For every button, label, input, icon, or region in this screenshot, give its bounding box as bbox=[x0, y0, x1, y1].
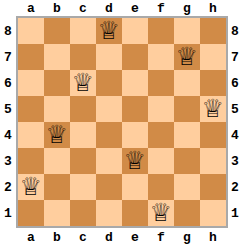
rank-label-5: 5 bbox=[228, 96, 242, 122]
file-label-f: f bbox=[148, 0, 174, 16]
file-label-e: e bbox=[122, 228, 148, 246]
square-d7[interactable] bbox=[96, 44, 122, 70]
square-g6[interactable] bbox=[174, 70, 200, 96]
square-c6[interactable]: ♕ bbox=[70, 70, 96, 96]
file-label-e: e bbox=[122, 0, 148, 16]
square-b4[interactable]: ♕ bbox=[44, 122, 70, 148]
white-queen: ♕ bbox=[72, 70, 94, 96]
square-e2[interactable] bbox=[122, 174, 148, 200]
square-g2[interactable] bbox=[174, 174, 200, 200]
square-a7[interactable] bbox=[18, 44, 44, 70]
square-e1[interactable] bbox=[122, 200, 148, 226]
file-label-g: g bbox=[174, 228, 200, 246]
square-f7[interactable] bbox=[148, 44, 174, 70]
rank-label-4: 4 bbox=[228, 122, 242, 148]
square-c8[interactable] bbox=[70, 18, 96, 44]
file-label-h: h bbox=[200, 228, 226, 246]
square-a6[interactable] bbox=[18, 70, 44, 96]
white-queen: ♕ bbox=[124, 148, 146, 174]
rank-label-7: 7 bbox=[228, 44, 242, 70]
file-label-a: a bbox=[18, 0, 44, 16]
square-b1[interactable] bbox=[44, 200, 70, 226]
square-g3[interactable] bbox=[174, 148, 200, 174]
white-queen: ♕ bbox=[176, 44, 198, 70]
rank-label-1: 1 bbox=[228, 200, 242, 226]
rank-label-3: 3 bbox=[0, 148, 16, 174]
square-b2[interactable] bbox=[44, 174, 70, 200]
square-h8[interactable] bbox=[200, 18, 226, 44]
rank-label-5: 5 bbox=[0, 96, 16, 122]
file-labels-top: abcdefgh bbox=[18, 0, 226, 16]
file-label-f: f bbox=[148, 228, 174, 246]
rank-label-8: 8 bbox=[228, 18, 242, 44]
square-a8[interactable] bbox=[18, 18, 44, 44]
file-label-b: b bbox=[44, 0, 70, 16]
square-c7[interactable] bbox=[70, 44, 96, 70]
square-h4[interactable] bbox=[200, 122, 226, 148]
rank-label-6: 6 bbox=[0, 70, 16, 96]
square-g8[interactable] bbox=[174, 18, 200, 44]
square-d8[interactable]: ♕ bbox=[96, 18, 122, 44]
file-label-c: c bbox=[70, 0, 96, 16]
white-queen: ♕ bbox=[20, 174, 42, 200]
square-g7[interactable]: ♕ bbox=[174, 44, 200, 70]
file-labels-bottom: abcdefgh bbox=[18, 228, 226, 246]
file-label-d: d bbox=[96, 0, 122, 16]
chess-diagram: abcdefgh 87654321 ♕♕♕♕♕♕♕♕ 87654321 abcd… bbox=[0, 0, 242, 246]
square-h5[interactable]: ♕ bbox=[200, 96, 226, 122]
square-b8[interactable] bbox=[44, 18, 70, 44]
file-label-d: d bbox=[96, 228, 122, 246]
square-g5[interactable] bbox=[174, 96, 200, 122]
file-label-g: g bbox=[174, 0, 200, 16]
square-h3[interactable] bbox=[200, 148, 226, 174]
square-c3[interactable] bbox=[70, 148, 96, 174]
rank-labels-right: 87654321 bbox=[228, 18, 242, 226]
rank-label-6: 6 bbox=[228, 70, 242, 96]
square-f3[interactable] bbox=[148, 148, 174, 174]
square-e5[interactable] bbox=[122, 96, 148, 122]
square-f4[interactable] bbox=[148, 122, 174, 148]
file-label-b: b bbox=[44, 228, 70, 246]
rank-label-2: 2 bbox=[0, 174, 16, 200]
square-g4[interactable] bbox=[174, 122, 200, 148]
square-e7[interactable] bbox=[122, 44, 148, 70]
file-label-a: a bbox=[18, 228, 44, 246]
square-a3[interactable] bbox=[18, 148, 44, 174]
square-d5[interactable] bbox=[96, 96, 122, 122]
square-h6[interactable] bbox=[200, 70, 226, 96]
square-e8[interactable] bbox=[122, 18, 148, 44]
rank-label-2: 2 bbox=[228, 174, 242, 200]
square-b6[interactable] bbox=[44, 70, 70, 96]
square-a2[interactable]: ♕ bbox=[18, 174, 44, 200]
chess-board: ♕♕♕♕♕♕♕♕ bbox=[16, 16, 228, 228]
square-h7[interactable] bbox=[200, 44, 226, 70]
rank-label-1: 1 bbox=[0, 200, 16, 226]
square-a4[interactable] bbox=[18, 122, 44, 148]
square-f5[interactable] bbox=[148, 96, 174, 122]
square-c2[interactable] bbox=[70, 174, 96, 200]
white-queen: ♕ bbox=[202, 96, 224, 122]
square-e3[interactable]: ♕ bbox=[122, 148, 148, 174]
white-queen: ♕ bbox=[46, 122, 68, 148]
square-f8[interactable] bbox=[148, 18, 174, 44]
square-b5[interactable] bbox=[44, 96, 70, 122]
square-a1[interactable] bbox=[18, 200, 44, 226]
file-label-c: c bbox=[70, 228, 96, 246]
square-d1[interactable] bbox=[96, 200, 122, 226]
rank-label-8: 8 bbox=[0, 18, 16, 44]
square-d4[interactable] bbox=[96, 122, 122, 148]
white-queen: ♕ bbox=[98, 18, 120, 44]
square-c4[interactable] bbox=[70, 122, 96, 148]
square-h1[interactable] bbox=[200, 200, 226, 226]
rank-labels-left: 87654321 bbox=[0, 18, 16, 226]
file-label-h: h bbox=[200, 0, 226, 16]
square-b3[interactable] bbox=[44, 148, 70, 174]
square-g1[interactable] bbox=[174, 200, 200, 226]
square-f6[interactable] bbox=[148, 70, 174, 96]
square-h2[interactable] bbox=[200, 174, 226, 200]
white-queen: ♕ bbox=[150, 200, 172, 226]
square-c1[interactable] bbox=[70, 200, 96, 226]
square-d2[interactable] bbox=[96, 174, 122, 200]
square-c5[interactable] bbox=[70, 96, 96, 122]
square-f2[interactable] bbox=[148, 174, 174, 200]
square-e6[interactable] bbox=[122, 70, 148, 96]
square-d6[interactable] bbox=[96, 70, 122, 96]
square-a5[interactable] bbox=[18, 96, 44, 122]
square-f1[interactable]: ♕ bbox=[148, 200, 174, 226]
rank-label-7: 7 bbox=[0, 44, 16, 70]
square-b7[interactable] bbox=[44, 44, 70, 70]
square-e4[interactable] bbox=[122, 122, 148, 148]
square-d3[interactable] bbox=[96, 148, 122, 174]
rank-label-4: 4 bbox=[0, 122, 16, 148]
rank-label-3: 3 bbox=[228, 148, 242, 174]
